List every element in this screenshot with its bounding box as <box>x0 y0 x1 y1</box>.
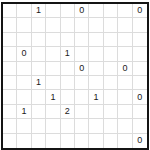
grid-cell-empty[interactable] <box>17 62 31 76</box>
grid-cell-clue[interactable]: 0 <box>17 47 31 61</box>
grid-cell-empty[interactable] <box>89 105 103 119</box>
grid-cell-empty[interactable] <box>3 119 17 133</box>
grid-cell-empty[interactable] <box>46 119 60 133</box>
grid-cell-empty[interactable] <box>104 90 118 104</box>
grid-cell-empty[interactable] <box>104 4 118 18</box>
grid-cell-empty[interactable] <box>75 90 89 104</box>
grid-cell-clue[interactable]: 1 <box>61 47 75 61</box>
grid-cell-empty[interactable] <box>118 90 132 104</box>
grid-cell-empty[interactable] <box>32 134 46 148</box>
grid-cell-empty[interactable] <box>3 18 17 32</box>
grid-cell-empty[interactable] <box>3 47 17 61</box>
grid-cell-empty[interactable] <box>17 134 31 148</box>
grid-cell-empty[interactable] <box>104 62 118 76</box>
grid-cell-empty[interactable] <box>89 134 103 148</box>
grid-cell-clue[interactable]: 0 <box>133 4 147 18</box>
grid-cell-empty[interactable] <box>133 105 147 119</box>
grid-cell-empty[interactable] <box>61 18 75 32</box>
grid-cell-empty[interactable] <box>32 119 46 133</box>
grid-cell-empty[interactable] <box>118 33 132 47</box>
grid-cell-empty[interactable] <box>17 18 31 32</box>
grid-cell-empty[interactable] <box>32 33 46 47</box>
grid-cell-empty[interactable] <box>3 76 17 90</box>
grid-cell-empty[interactable] <box>89 47 103 61</box>
grid-cell-clue[interactable]: 1 <box>89 90 103 104</box>
grid-cell-empty[interactable] <box>3 33 17 47</box>
grid-cell-empty[interactable] <box>104 76 118 90</box>
grid-cell-empty[interactable] <box>61 33 75 47</box>
grid-cell-empty[interactable] <box>17 76 31 90</box>
grid-cell-empty[interactable] <box>32 90 46 104</box>
grid-cell-empty[interactable] <box>46 105 60 119</box>
grid-cell-empty[interactable] <box>75 47 89 61</box>
grid-cell-empty[interactable] <box>3 105 17 119</box>
grid-cell-empty[interactable] <box>3 62 17 76</box>
grid-cell-empty[interactable] <box>89 119 103 133</box>
grid-cell-empty[interactable] <box>89 33 103 47</box>
grid-cell-empty[interactable] <box>3 90 17 104</box>
grid-cell-empty[interactable] <box>46 62 60 76</box>
grid-cell-empty[interactable] <box>118 105 132 119</box>
grid-cell-empty[interactable] <box>75 134 89 148</box>
grid-cell-clue[interactable]: 1 <box>17 105 31 119</box>
grid-cell-empty[interactable] <box>3 134 17 148</box>
grid-cell-empty[interactable] <box>104 105 118 119</box>
grid-cell-empty[interactable] <box>46 134 60 148</box>
grid-cell-empty[interactable] <box>46 4 60 18</box>
grid-cell-empty[interactable] <box>46 76 60 90</box>
puzzle-board: 10001001110120 <box>1 2 149 150</box>
grid-cell-empty[interactable] <box>75 105 89 119</box>
grid-cell-empty[interactable] <box>89 18 103 32</box>
grid-cell-empty[interactable] <box>133 18 147 32</box>
grid-cell-clue[interactable]: 0 <box>133 90 147 104</box>
grid-cell-empty[interactable] <box>104 134 118 148</box>
grid-cell-empty[interactable] <box>133 119 147 133</box>
grid-cell-empty[interactable] <box>61 62 75 76</box>
grid-cell-empty[interactable] <box>75 18 89 32</box>
grid-cell-empty[interactable] <box>46 33 60 47</box>
grid-cell-empty[interactable] <box>61 76 75 90</box>
grid-cell-empty[interactable] <box>17 119 31 133</box>
grid-cell-empty[interactable] <box>32 47 46 61</box>
grid-cell-empty[interactable] <box>75 76 89 90</box>
grid-cell-empty[interactable] <box>133 47 147 61</box>
grid-cell-empty[interactable] <box>46 18 60 32</box>
grid-cell-empty[interactable] <box>32 18 46 32</box>
grid-cell-empty[interactable] <box>75 33 89 47</box>
grid-cell-empty[interactable] <box>89 62 103 76</box>
grid-cell-empty[interactable] <box>118 4 132 18</box>
grid-cell-empty[interactable] <box>118 134 132 148</box>
grid-cell-empty[interactable] <box>46 47 60 61</box>
grid-cell-empty[interactable] <box>32 105 46 119</box>
grid-cell-empty[interactable] <box>104 33 118 47</box>
grid-cell-empty[interactable] <box>61 119 75 133</box>
grid-cell-clue[interactable]: 1 <box>32 76 46 90</box>
grid-cell-empty[interactable] <box>104 119 118 133</box>
grid-cell-empty[interactable] <box>32 62 46 76</box>
grid-cell-empty[interactable] <box>17 4 31 18</box>
grid-cell-clue[interactable]: 0 <box>75 4 89 18</box>
grid-cell-clue[interactable]: 2 <box>61 105 75 119</box>
grid-cell-clue[interactable]: 0 <box>75 62 89 76</box>
grid-cell-empty[interactable] <box>61 90 75 104</box>
grid-cell-empty[interactable] <box>118 119 132 133</box>
grid-cell-empty[interactable] <box>118 47 132 61</box>
grid-cell-clue[interactable]: 1 <box>32 4 46 18</box>
grid-cell-empty[interactable] <box>104 18 118 32</box>
grid-cell-empty[interactable] <box>118 18 132 32</box>
grid-cell-empty[interactable] <box>133 62 147 76</box>
grid-cell-empty[interactable] <box>17 90 31 104</box>
grid-cell-empty[interactable] <box>75 119 89 133</box>
grid-cell-empty[interactable] <box>17 33 31 47</box>
grid-cell-clue[interactable]: 0 <box>118 62 132 76</box>
grid-cell-empty[interactable] <box>133 76 147 90</box>
grid-cell-empty[interactable] <box>61 4 75 18</box>
grid-cell-empty[interactable] <box>104 47 118 61</box>
grid-cell-clue[interactable]: 1 <box>46 90 60 104</box>
grid-cell-empty[interactable] <box>133 33 147 47</box>
grid-cell-empty[interactable] <box>118 76 132 90</box>
grid-cell-empty[interactable] <box>89 4 103 18</box>
grid-cell-empty[interactable] <box>61 134 75 148</box>
grid-cell-empty[interactable] <box>3 4 17 18</box>
grid-cell-empty[interactable] <box>89 76 103 90</box>
grid-cell-clue[interactable]: 0 <box>133 134 147 148</box>
